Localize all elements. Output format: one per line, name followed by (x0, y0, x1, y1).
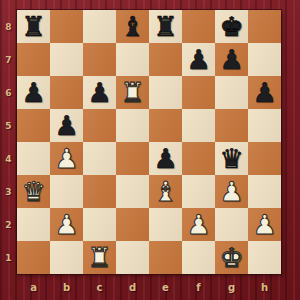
square-c3[interactable] (83, 175, 116, 208)
square-b7[interactable] (50, 43, 83, 76)
square-f3[interactable] (182, 175, 215, 208)
square-h5[interactable] (248, 109, 281, 142)
square-a1[interactable] (17, 241, 50, 274)
file-label-g: g (215, 274, 248, 300)
piece-white-pawn[interactable]: ♟ (54, 142, 78, 175)
square-f1[interactable] (182, 241, 215, 274)
square-h3[interactable] (248, 175, 281, 208)
file-label-f: f (182, 274, 215, 300)
square-g1[interactable]: ♚ (215, 241, 248, 274)
file-label-h: h (248, 274, 281, 300)
rank-label-6: 6 (0, 76, 17, 109)
file-label-a: a (17, 274, 50, 300)
piece-black-pawn[interactable]: ♟ (219, 43, 243, 76)
square-h1[interactable] (248, 241, 281, 274)
square-b5[interactable]: ♟ (50, 109, 83, 142)
square-a7[interactable] (17, 43, 50, 76)
piece-white-rook[interactable]: ♜ (87, 241, 111, 274)
piece-black-pawn[interactable]: ♟ (252, 76, 276, 109)
rank-label-5: 5 (0, 109, 17, 142)
square-c8[interactable] (83, 10, 116, 43)
square-f4[interactable] (182, 142, 215, 175)
square-h2[interactable]: ♟ (248, 208, 281, 241)
piece-white-bishop[interactable]: ♝ (153, 175, 177, 208)
square-c2[interactable] (83, 208, 116, 241)
square-c5[interactable] (83, 109, 116, 142)
square-c4[interactable] (83, 142, 116, 175)
square-b4[interactable]: ♟ (50, 142, 83, 175)
piece-black-king[interactable]: ♚ (219, 10, 243, 43)
square-e3[interactable]: ♝ (149, 175, 182, 208)
square-e5[interactable] (149, 109, 182, 142)
square-g6[interactable] (215, 76, 248, 109)
square-g7[interactable]: ♟ (215, 43, 248, 76)
square-a4[interactable] (17, 142, 50, 175)
square-a6[interactable]: ♟ (17, 76, 50, 109)
piece-black-pawn[interactable]: ♟ (186, 43, 210, 76)
rank-label-3: 3 (0, 175, 17, 208)
square-e4[interactable]: ♟ (149, 142, 182, 175)
square-d2[interactable] (116, 208, 149, 241)
square-d1[interactable] (116, 241, 149, 274)
square-f8[interactable] (182, 10, 215, 43)
piece-white-pawn[interactable]: ♟ (219, 175, 243, 208)
rank-label-7: 7 (0, 43, 17, 76)
file-label-d: d (116, 274, 149, 300)
square-f7[interactable]: ♟ (182, 43, 215, 76)
file-label-e: e (149, 274, 182, 300)
square-d6[interactable]: ♜ (116, 76, 149, 109)
square-a2[interactable] (17, 208, 50, 241)
rank-label-2: 2 (0, 208, 17, 241)
square-b3[interactable] (50, 175, 83, 208)
square-f2[interactable]: ♟ (182, 208, 215, 241)
piece-black-bishop[interactable]: ♝ (120, 10, 144, 43)
square-f5[interactable] (182, 109, 215, 142)
square-b2[interactable]: ♟ (50, 208, 83, 241)
square-d8[interactable]: ♝ (116, 10, 149, 43)
square-h6[interactable]: ♟ (248, 76, 281, 109)
square-h4[interactable] (248, 142, 281, 175)
square-b8[interactable] (50, 10, 83, 43)
square-h8[interactable] (248, 10, 281, 43)
rank-label-1: 1 (0, 241, 17, 274)
square-e7[interactable] (149, 43, 182, 76)
square-a3[interactable]: ♛ (17, 175, 50, 208)
square-c7[interactable] (83, 43, 116, 76)
piece-white-pawn[interactable]: ♟ (186, 208, 210, 241)
square-e1[interactable] (149, 241, 182, 274)
square-e2[interactable] (149, 208, 182, 241)
piece-black-pawn[interactable]: ♟ (54, 109, 78, 142)
piece-black-pawn[interactable]: ♟ (21, 76, 45, 109)
square-d4[interactable] (116, 142, 149, 175)
piece-white-pawn[interactable]: ♟ (252, 208, 276, 241)
file-label-c: c (83, 274, 116, 300)
square-d3[interactable] (116, 175, 149, 208)
square-a5[interactable] (17, 109, 50, 142)
square-g4[interactable]: ♛ (215, 142, 248, 175)
rank-label-8: 8 (0, 10, 17, 43)
square-c1[interactable]: ♜ (83, 241, 116, 274)
piece-black-rook[interactable]: ♜ (21, 10, 45, 43)
square-d5[interactable] (116, 109, 149, 142)
square-g8[interactable]: ♚ (215, 10, 248, 43)
chess-board: ♜♝♜♚♟♟♟♟♜♟♟♟♟♛♛♝♟♟♟♟♜♚ (17, 10, 281, 274)
piece-black-pawn[interactable]: ♟ (153, 142, 177, 175)
piece-white-rook[interactable]: ♜ (120, 76, 144, 109)
square-c6[interactable]: ♟ (83, 76, 116, 109)
piece-white-pawn[interactable]: ♟ (54, 208, 78, 241)
square-e8[interactable]: ♜ (149, 10, 182, 43)
square-b6[interactable] (50, 76, 83, 109)
piece-black-pawn[interactable]: ♟ (87, 76, 111, 109)
chessboard-frame: ♜♝♜♚♟♟♟♟♜♟♟♟♟♛♛♝♟♟♟♟♜♚ 87654321abcdefgh (0, 0, 300, 300)
piece-black-queen[interactable]: ♛ (219, 142, 243, 175)
square-e6[interactable] (149, 76, 182, 109)
square-a8[interactable]: ♜ (17, 10, 50, 43)
piece-white-king[interactable]: ♚ (219, 241, 243, 274)
piece-white-queen[interactable]: ♛ (21, 175, 45, 208)
square-g5[interactable] (215, 109, 248, 142)
square-g3[interactable]: ♟ (215, 175, 248, 208)
square-f6[interactable] (182, 76, 215, 109)
file-label-b: b (50, 274, 83, 300)
square-g2[interactable] (215, 208, 248, 241)
square-b1[interactable] (50, 241, 83, 274)
piece-black-rook[interactable]: ♜ (153, 10, 177, 43)
square-d7[interactable] (116, 43, 149, 76)
square-h7[interactable] (248, 43, 281, 76)
rank-label-4: 4 (0, 142, 17, 175)
